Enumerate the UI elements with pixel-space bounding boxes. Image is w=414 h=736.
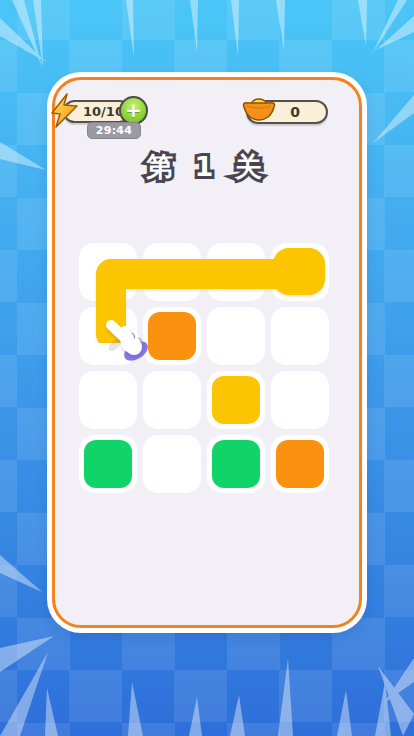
- energy-add-button[interactable]: +: [119, 96, 148, 125]
- currency-count: 0: [290, 104, 300, 120]
- board-cell[interactable]: [271, 243, 329, 301]
- board-cell[interactable]: [207, 435, 265, 493]
- board-cell[interactable]: [207, 243, 265, 301]
- board-cell[interactable]: [207, 307, 265, 365]
- plus-icon: +: [125, 100, 142, 120]
- board-cell[interactable]: [271, 371, 329, 429]
- board-cell[interactable]: [143, 243, 201, 301]
- level-title: 第 1 关 第 1 关: [47, 147, 367, 187]
- block-yellow[interactable]: [212, 376, 260, 424]
- block-green[interactable]: [84, 440, 132, 488]
- board-cell[interactable]: [79, 371, 137, 429]
- board-cell[interactable]: [143, 371, 201, 429]
- lightning-icon: [49, 93, 79, 129]
- gold-ingot-icon: [241, 95, 277, 125]
- board-cell[interactable]: [79, 435, 137, 493]
- block-green[interactable]: [212, 440, 260, 488]
- energy-count: 10/10: [83, 104, 124, 119]
- board-cell[interactable]: [271, 307, 329, 365]
- board-cell[interactable]: [207, 371, 265, 429]
- tutorial-hand-icon: [101, 314, 157, 370]
- energy-refill-timer: 29:44: [87, 122, 141, 139]
- board-cell[interactable]: [79, 243, 137, 301]
- game-screen: 10/10 + 29:44 0 第 1 关 第 1 关: [0, 0, 414, 736]
- block-orange[interactable]: [276, 440, 324, 488]
- board-cell[interactable]: [271, 435, 329, 493]
- board-cell[interactable]: [143, 435, 201, 493]
